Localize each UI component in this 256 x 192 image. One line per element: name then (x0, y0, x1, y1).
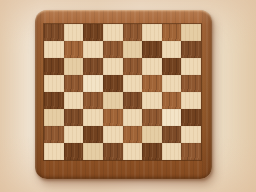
board-square-r8c4 (103, 143, 123, 160)
board-square-r5c3 (83, 92, 103, 109)
board-square-r4c1 (44, 75, 64, 92)
board-square-r7c6 (142, 126, 162, 143)
board-square-r1c3 (83, 24, 103, 41)
board-square-r4c2 (64, 75, 84, 92)
board-square-r4c6 (142, 75, 162, 92)
board-square-r1c2 (64, 24, 84, 41)
board-square-r3c5 (123, 58, 143, 75)
board-square-r3c3 (83, 58, 103, 75)
board-square-r4c7 (162, 75, 182, 92)
board-square-r6c8 (181, 109, 201, 126)
board-square-r8c2 (64, 143, 84, 160)
board-square-r1c1 (44, 24, 64, 41)
board-square-r6c6 (142, 109, 162, 126)
board-square-r7c1 (44, 126, 64, 143)
board-square-r1c8 (181, 24, 201, 41)
board-square-r3c1 (44, 58, 64, 75)
board-square-r5c7 (162, 92, 182, 109)
board-square-r6c5 (123, 109, 143, 126)
board-square-r7c3 (83, 126, 103, 143)
board-square-r7c8 (181, 126, 201, 143)
board-square-r6c7 (162, 109, 182, 126)
board-square-r7c5 (123, 126, 143, 143)
chess-board (35, 10, 212, 179)
board-square-r1c5 (123, 24, 143, 41)
board-square-r8c5 (123, 143, 143, 160)
board-square-r4c5 (123, 75, 143, 92)
board-square-r5c2 (64, 92, 84, 109)
board-square-r3c7 (162, 58, 182, 75)
board-square-r1c6 (142, 24, 162, 41)
board-square-r7c2 (64, 126, 84, 143)
board-square-r5c4 (103, 92, 123, 109)
board-square-r6c2 (64, 109, 84, 126)
board-square-r4c8 (181, 75, 201, 92)
board-square-r6c4 (103, 109, 123, 126)
board-square-r8c6 (142, 143, 162, 160)
board-square-r2c5 (123, 41, 143, 58)
board-square-r8c8 (181, 143, 201, 160)
board-square-r8c1 (44, 143, 64, 160)
board-square-r5c6 (142, 92, 162, 109)
board-square-r3c4 (103, 58, 123, 75)
board-square-r6c3 (83, 109, 103, 126)
board-square-r4c3 (83, 75, 103, 92)
board-square-r4c4 (103, 75, 123, 92)
board-square-r3c8 (181, 58, 201, 75)
board-square-r7c7 (162, 126, 182, 143)
board-square-r2c1 (44, 41, 64, 58)
board-square-r8c7 (162, 143, 182, 160)
board-square-r2c3 (83, 41, 103, 58)
board-square-r3c6 (142, 58, 162, 75)
board-square-r5c8 (181, 92, 201, 109)
board-square-r7c4 (103, 126, 123, 143)
board-square-r2c4 (103, 41, 123, 58)
board-square-r1c7 (162, 24, 182, 41)
board-square-r6c1 (44, 109, 64, 126)
board-square-r5c5 (123, 92, 143, 109)
board-square-r2c2 (64, 41, 84, 58)
board-square-r3c2 (64, 58, 84, 75)
board-squares (44, 24, 201, 160)
board-square-r2c7 (162, 41, 182, 58)
board-square-r8c3 (83, 143, 103, 160)
board-square-r2c6 (142, 41, 162, 58)
photo-backdrop (0, 0, 256, 192)
board-square-r1c4 (103, 24, 123, 41)
board-square-r5c1 (44, 92, 64, 109)
board-square-r2c8 (181, 41, 201, 58)
